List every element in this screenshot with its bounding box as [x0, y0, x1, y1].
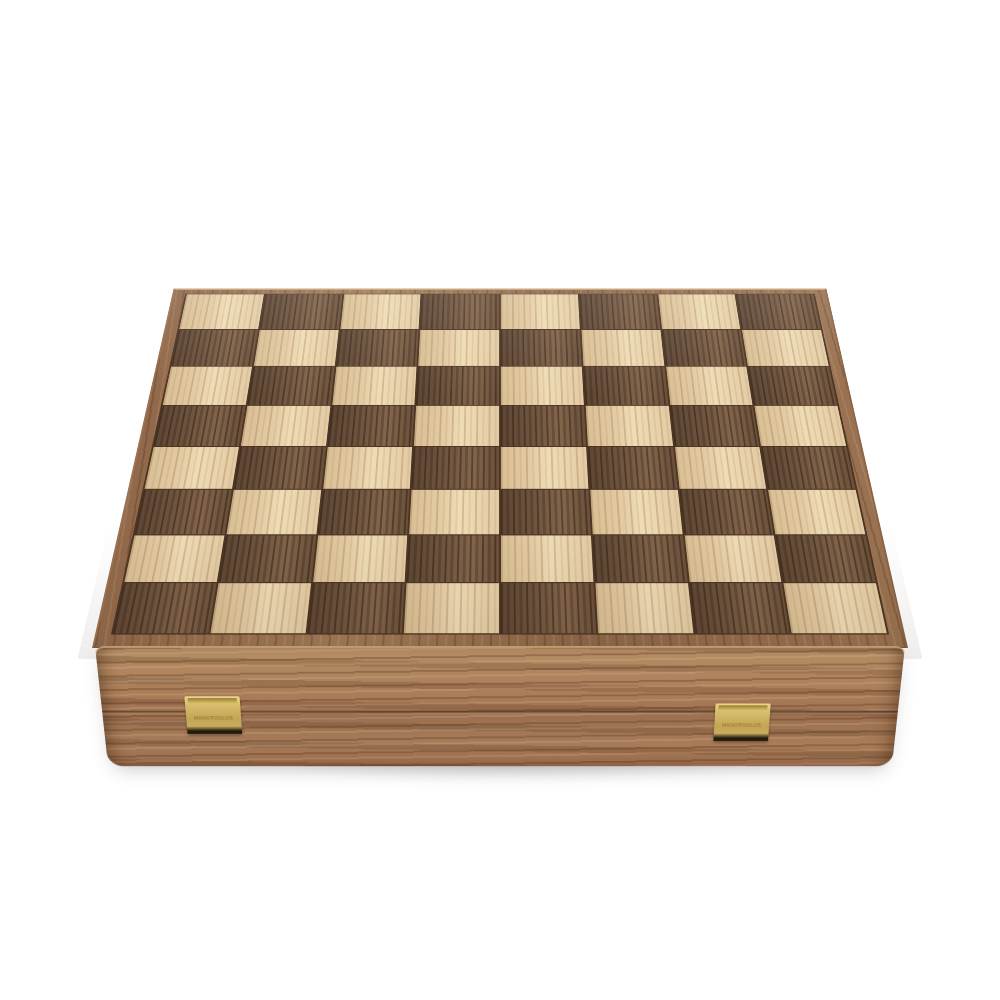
- square-g4: [674, 447, 766, 489]
- left-brass-clasp: MANOPOULOS: [184, 696, 242, 734]
- square-b3: [226, 490, 321, 535]
- square-g7: [662, 330, 747, 366]
- square-e7: [501, 330, 582, 366]
- square-e2: [501, 535, 593, 582]
- square-d3: [409, 490, 499, 535]
- square-g2: [684, 535, 781, 582]
- square-f2: [593, 535, 688, 582]
- left-clasp-engraving: MANOPOULOS: [190, 716, 237, 721]
- square-d7: [418, 330, 499, 366]
- square-g3: [679, 490, 774, 535]
- square-f5: [585, 406, 672, 446]
- square-h4: [761, 447, 855, 489]
- square-f8: [579, 294, 660, 328]
- square-c6: [332, 367, 417, 405]
- square-b6: [247, 367, 334, 405]
- square-g1: [689, 584, 789, 634]
- square-h8: [736, 294, 820, 328]
- square-b1: [210, 584, 310, 634]
- square-c7: [336, 330, 419, 366]
- square-f7: [581, 330, 664, 366]
- right-brass-clasp: MANOPOULOS: [713, 703, 770, 740]
- square-b2: [218, 535, 315, 582]
- square-c3: [318, 490, 410, 535]
- square-f4: [588, 447, 678, 489]
- square-a2: [124, 535, 224, 582]
- square-e5: [501, 406, 586, 446]
- square-e3: [501, 490, 591, 535]
- square-h5: [755, 406, 847, 446]
- square-a7: [171, 330, 258, 366]
- square-b7: [254, 330, 339, 366]
- square-d2: [407, 535, 499, 582]
- square-a5: [154, 406, 246, 446]
- square-c8: [340, 294, 421, 328]
- square-h1: [784, 584, 887, 634]
- square-a1: [113, 584, 216, 634]
- chess-box-top: [92, 288, 908, 648]
- square-d4: [412, 447, 499, 489]
- square-a6: [163, 367, 252, 405]
- chess-box-front: MANOPOULOS MANOPOULOS: [95, 646, 905, 766]
- square-c5: [327, 406, 414, 446]
- square-b4: [234, 447, 326, 489]
- square-e6: [501, 367, 584, 405]
- square-a8: [179, 294, 263, 328]
- right-clasp-engraving: MANOPOULOS: [718, 723, 765, 728]
- square-e4: [501, 447, 588, 489]
- square-d6: [416, 367, 499, 405]
- product-photo-scene: MANOPOULOS MANOPOULOS: [0, 0, 1000, 1000]
- square-e1: [501, 584, 596, 634]
- square-c1: [307, 584, 405, 634]
- square-d8: [420, 294, 499, 328]
- square-d5: [414, 406, 499, 446]
- square-c4: [323, 447, 413, 489]
- square-h2: [776, 535, 876, 582]
- square-h6: [748, 367, 837, 405]
- square-e8: [501, 294, 580, 328]
- square-g5: [670, 406, 759, 446]
- square-a4: [145, 447, 239, 489]
- square-d1: [404, 584, 499, 634]
- square-h3: [768, 490, 865, 535]
- square-c2: [313, 535, 408, 582]
- square-b5: [241, 406, 330, 446]
- chess-board: [111, 294, 889, 635]
- square-g8: [658, 294, 741, 328]
- square-h7: [742, 330, 829, 366]
- square-a3: [135, 490, 232, 535]
- square-f1: [595, 584, 693, 634]
- square-b8: [260, 294, 343, 328]
- square-f6: [583, 367, 668, 405]
- square-f3: [590, 490, 682, 535]
- square-g6: [666, 367, 753, 405]
